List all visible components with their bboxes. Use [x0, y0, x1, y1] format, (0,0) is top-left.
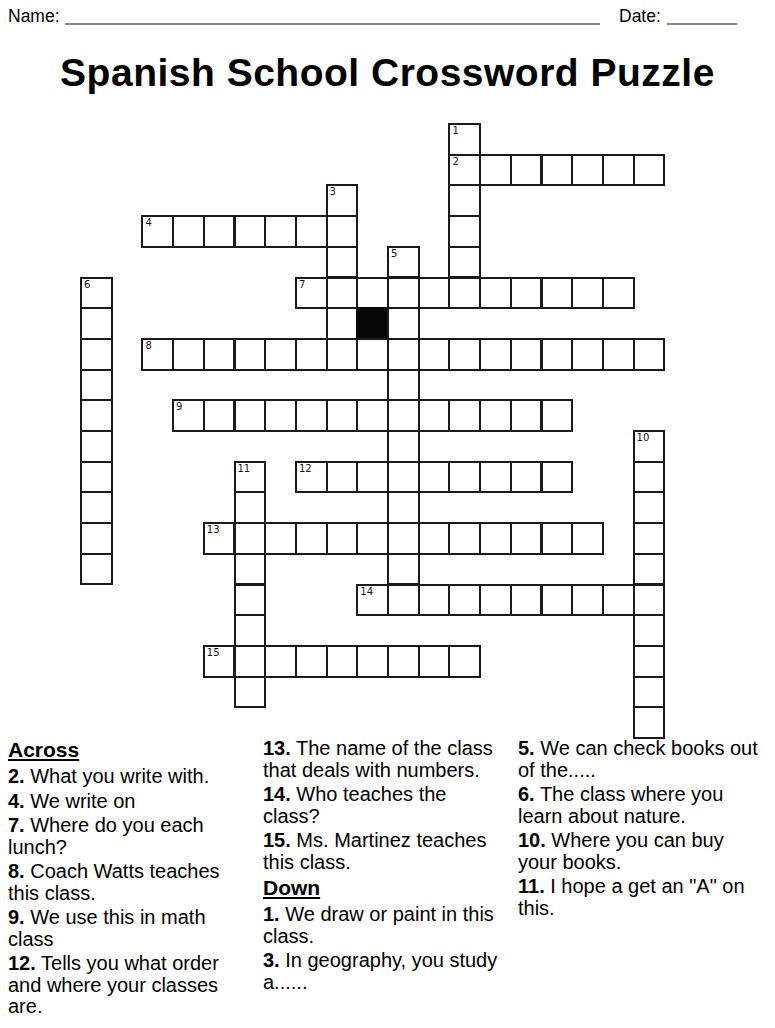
- crossword-cell[interactable]: [234, 338, 267, 371]
- crossword-cell[interactable]: [541, 154, 574, 187]
- crossword-cell[interactable]: [295, 645, 328, 678]
- crossword-cell[interactable]: [80, 430, 113, 463]
- crossword-cell[interactable]: [264, 399, 297, 432]
- clue-4-across: 4. We write on: [8, 791, 244, 813]
- crossword-cell[interactable]: [510, 522, 543, 555]
- crossword-cell[interactable]: [448, 338, 481, 371]
- clue-number: 1: [452, 125, 458, 137]
- crossword-cell[interactable]: [264, 645, 297, 678]
- crossword-cell[interactable]: [80, 307, 113, 340]
- clue-5-down: 5. We can check books out of the.....: [518, 738, 768, 781]
- clue-2-across: 2. What you write with.: [8, 766, 244, 788]
- clue-item-number: 2.: [8, 765, 25, 787]
- crossword-cell[interactable]: [479, 277, 512, 310]
- crossword-cell[interactable]: [418, 399, 451, 432]
- crossword-cell[interactable]: [80, 553, 113, 586]
- crossword-cell[interactable]: [172, 215, 205, 248]
- crossword-cell[interactable]: [80, 522, 113, 555]
- crossword-cell[interactable]: [448, 277, 481, 310]
- crossword-cell[interactable]: [633, 491, 666, 524]
- crossword-cell[interactable]: [356, 277, 389, 310]
- clue-number: 8: [145, 340, 151, 352]
- crossword-cell[interactable]: [203, 215, 236, 248]
- crossword-cell[interactable]: 2: [448, 154, 481, 187]
- clue-3-down: 3. In geography, you study a......: [263, 950, 499, 993]
- clue-item-number: 10.: [518, 829, 546, 851]
- clue-item-number: 14.: [263, 783, 291, 805]
- crossword-cell[interactable]: [448, 246, 481, 279]
- clue-10-down: 10. Where you can buy your books.: [518, 830, 768, 873]
- crossword-cell[interactable]: [234, 676, 267, 709]
- crossword-cell[interactable]: [264, 215, 297, 248]
- crossword-cell[interactable]: [448, 184, 481, 217]
- worksheet-page: Name: Date: Spanish School Crossword Puz…: [0, 0, 775, 1028]
- crossword-cell[interactable]: [356, 338, 389, 371]
- crossword-cell[interactable]: [541, 584, 574, 617]
- crossword-cell[interactable]: [326, 215, 359, 248]
- clue-7-across: 7. Where do you each lunch?: [8, 815, 244, 858]
- clue-number: 11: [238, 463, 251, 475]
- crossword-cell[interactable]: [387, 553, 420, 586]
- clue-number: 13: [207, 524, 220, 536]
- crossword-cell[interactable]: [264, 338, 297, 371]
- crossword-cell[interactable]: [80, 399, 113, 432]
- clue-number: 9: [176, 401, 182, 413]
- crossword-cell[interactable]: 10: [633, 430, 666, 463]
- crossword-cell[interactable]: [633, 645, 666, 678]
- clue-number: 3: [330, 186, 336, 198]
- blocked-cell: [356, 307, 389, 340]
- crossword-cell[interactable]: [448, 215, 481, 248]
- clue-15-across: 15. Ms. Martinez teaches this class.: [263, 830, 499, 873]
- crossword-cell[interactable]: [633, 676, 666, 709]
- crossword-cell[interactable]: [295, 338, 328, 371]
- crossword-cell[interactable]: [387, 369, 420, 402]
- crossword-cell[interactable]: [264, 522, 297, 555]
- crossword-cell[interactable]: [448, 522, 481, 555]
- crossword-cell[interactable]: [541, 399, 574, 432]
- crossword-cell[interactable]: [448, 399, 481, 432]
- crossword-cell[interactable]: [602, 338, 635, 371]
- clue-item-number: 3.: [263, 949, 280, 971]
- crossword-cell[interactable]: 9: [172, 399, 205, 432]
- clue-item-number: 5.: [518, 737, 535, 759]
- crossword-cell[interactable]: [387, 461, 420, 494]
- clue-column-2: 13. The name of the class that deals wit…: [263, 738, 499, 996]
- crossword-grid: 123456789101112131415: [0, 0, 775, 740]
- clue-column-1: Across2. What you write with.4. We write…: [8, 738, 244, 1021]
- clue-column-3: 5. We can check books out of the.....6. …: [518, 738, 768, 922]
- clue-13-across: 13. The name of the class that deals wit…: [263, 738, 499, 781]
- crossword-cell[interactable]: [602, 154, 635, 187]
- clue-number: 4: [145, 217, 151, 229]
- crossword-cell[interactable]: [387, 277, 420, 310]
- clue-item-number: 8.: [8, 860, 25, 882]
- crossword-cell[interactable]: [326, 338, 359, 371]
- crossword-cell[interactable]: [571, 277, 604, 310]
- clue-8-across: 8. Coach Watts teaches this class.: [8, 861, 244, 904]
- crossword-cell[interactable]: [633, 461, 666, 494]
- crossword-cell[interactable]: [387, 645, 420, 678]
- crossword-cell[interactable]: [326, 246, 359, 279]
- crossword-cell[interactable]: [80, 369, 113, 402]
- clue-number: 10: [637, 432, 650, 444]
- clue-number: 15: [207, 647, 220, 659]
- across-heading: Across: [8, 738, 244, 761]
- crossword-cell[interactable]: [387, 307, 420, 340]
- clue-item-number: 4.: [8, 790, 25, 812]
- crossword-cell[interactable]: [479, 584, 512, 617]
- crossword-cell[interactable]: 7: [295, 277, 328, 310]
- crossword-cell[interactable]: [326, 399, 359, 432]
- clue-1-down: 1. We draw or paint in this class.: [263, 904, 499, 947]
- clue-number: 7: [299, 279, 305, 291]
- clue-item-number: 1.: [263, 903, 280, 925]
- crossword-cell[interactable]: [203, 338, 236, 371]
- crossword-cell[interactable]: 3: [326, 184, 359, 217]
- crossword-cell[interactable]: [387, 584, 420, 617]
- clue-11-down: 11. I hope a get an "A" on this.: [518, 876, 768, 919]
- crossword-cell[interactable]: [571, 338, 604, 371]
- crossword-cell[interactable]: [633, 154, 666, 187]
- crossword-cell[interactable]: [633, 584, 666, 617]
- clue-number: 14: [360, 586, 373, 598]
- crossword-cell[interactable]: [295, 399, 328, 432]
- crossword-cell[interactable]: [510, 461, 543, 494]
- crossword-cell[interactable]: [602, 584, 635, 617]
- crossword-cell[interactable]: [571, 584, 604, 617]
- crossword-cell[interactable]: [356, 461, 389, 494]
- crossword-cell[interactable]: [510, 399, 543, 432]
- crossword-cell[interactable]: [418, 522, 451, 555]
- crossword-cell[interactable]: [356, 645, 389, 678]
- crossword-cell[interactable]: [80, 491, 113, 524]
- crossword-cell[interactable]: [387, 430, 420, 463]
- crossword-cell[interactable]: [602, 277, 635, 310]
- crossword-cell[interactable]: 5: [387, 246, 420, 279]
- crossword-cell[interactable]: [418, 461, 451, 494]
- crossword-cell[interactable]: [234, 399, 267, 432]
- crossword-cell[interactable]: [234, 553, 267, 586]
- crossword-cell[interactable]: 14: [356, 584, 389, 617]
- crossword-cell[interactable]: [541, 277, 574, 310]
- crossword-cell[interactable]: 12: [295, 461, 328, 494]
- clue-12-across: 12. Tells you what order and where your …: [8, 953, 244, 1018]
- crossword-cell[interactable]: [571, 522, 604, 555]
- crossword-cell[interactable]: 13: [203, 522, 236, 555]
- crossword-cell[interactable]: [571, 154, 604, 187]
- crossword-cell[interactable]: [448, 645, 481, 678]
- crossword-cell[interactable]: 11: [234, 461, 267, 494]
- crossword-cell[interactable]: [418, 277, 451, 310]
- crossword-cell[interactable]: [541, 522, 574, 555]
- crossword-cell[interactable]: [541, 338, 574, 371]
- crossword-cell[interactable]: [510, 154, 543, 187]
- crossword-cell[interactable]: [633, 614, 666, 647]
- clue-number: 2: [452, 156, 458, 168]
- crossword-cell[interactable]: 8: [141, 338, 174, 371]
- clue-9-across: 9. We use this in math class: [8, 907, 244, 950]
- crossword-cell[interactable]: [633, 522, 666, 555]
- clue-item-number: 6.: [518, 783, 535, 805]
- crossword-cell[interactable]: [356, 522, 389, 555]
- crossword-cell[interactable]: [326, 277, 359, 310]
- crossword-cell[interactable]: [234, 215, 267, 248]
- clue-number: 6: [84, 279, 90, 291]
- crossword-cell[interactable]: [479, 399, 512, 432]
- crossword-cell[interactable]: [80, 338, 113, 371]
- crossword-cell[interactable]: [203, 399, 236, 432]
- crossword-cell[interactable]: [418, 338, 451, 371]
- clue-item-number: 11.: [518, 875, 545, 897]
- crossword-cell[interactable]: [326, 461, 359, 494]
- crossword-cell[interactable]: [541, 461, 574, 494]
- crossword-cell[interactable]: [479, 154, 512, 187]
- crossword-cell[interactable]: [510, 277, 543, 310]
- clue-14-across: 14. Who teaches the class?: [263, 784, 499, 827]
- crossword-cell[interactable]: 4: [141, 215, 174, 248]
- clue-item-number: 9.: [8, 906, 25, 928]
- crossword-cell[interactable]: [234, 584, 267, 617]
- clue-item-number: 15.: [263, 829, 291, 851]
- crossword-cell[interactable]: [633, 553, 666, 586]
- crossword-cell[interactable]: [510, 584, 543, 617]
- clue-6-down: 6. The class where you learn about natur…: [518, 784, 768, 827]
- crossword-cell[interactable]: [295, 522, 328, 555]
- crossword-cell[interactable]: [234, 491, 267, 524]
- crossword-cell[interactable]: [387, 522, 420, 555]
- crossword-cell[interactable]: 15: [203, 645, 236, 678]
- crossword-cell[interactable]: [234, 645, 267, 678]
- crossword-cell[interactable]: [295, 215, 328, 248]
- clue-number: 5: [391, 248, 397, 260]
- crossword-cell[interactable]: [387, 491, 420, 524]
- crossword-cell[interactable]: [510, 338, 543, 371]
- crossword-cell[interactable]: [326, 645, 359, 678]
- crossword-cell[interactable]: [234, 522, 267, 555]
- crossword-cell[interactable]: 6: [80, 277, 113, 310]
- crossword-cell[interactable]: [479, 338, 512, 371]
- crossword-cell[interactable]: [633, 338, 666, 371]
- crossword-cell[interactable]: [448, 584, 481, 617]
- crossword-cell[interactable]: [387, 399, 420, 432]
- crossword-cell[interactable]: [387, 338, 420, 371]
- crossword-cell[interactable]: [80, 461, 113, 494]
- crossword-cell[interactable]: [356, 399, 389, 432]
- down-heading: Down: [263, 876, 499, 899]
- crossword-cell[interactable]: [234, 614, 267, 647]
- crossword-cell[interactable]: [479, 461, 512, 494]
- crossword-cell[interactable]: [633, 706, 666, 739]
- crossword-cell[interactable]: [448, 461, 481, 494]
- clue-number: 12: [299, 463, 312, 475]
- clue-item-number: 12.: [8, 952, 36, 974]
- clue-item-number: 13.: [263, 737, 291, 759]
- crossword-cell[interactable]: [479, 522, 512, 555]
- crossword-cell[interactable]: [326, 522, 359, 555]
- crossword-cell[interactable]: [418, 584, 451, 617]
- crossword-cell[interactable]: [172, 338, 205, 371]
- clue-item-number: 7.: [8, 814, 25, 836]
- crossword-cell[interactable]: 1: [448, 123, 481, 156]
- crossword-cell[interactable]: [418, 645, 451, 678]
- crossword-cell[interactable]: [326, 307, 359, 340]
